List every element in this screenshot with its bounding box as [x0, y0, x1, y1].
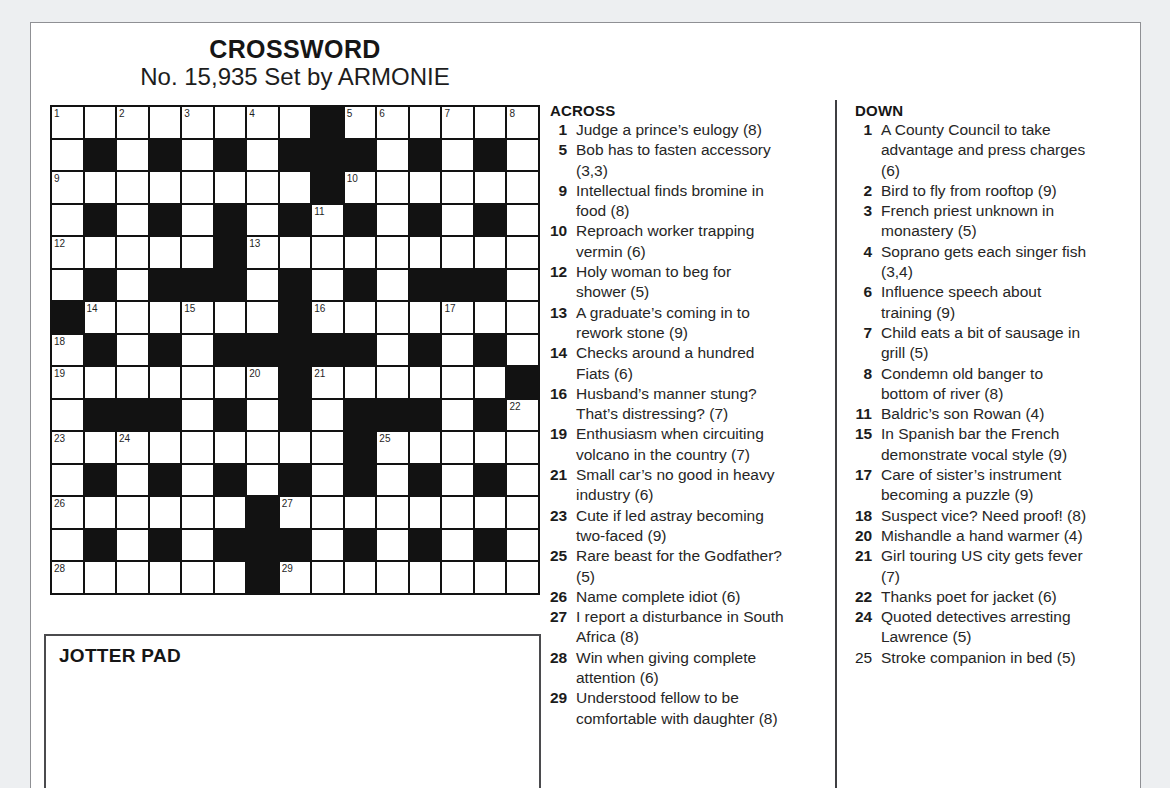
puzzle-number-setter: No. 15,935 Set by ARMONIE: [50, 63, 540, 90]
grid-cell[interactable]: [507, 497, 538, 528]
grid-cell[interactable]: 5: [345, 107, 376, 138]
grid-cell[interactable]: [312, 497, 343, 528]
clue-text: Cute if led astray becoming two-faced (9…: [576, 506, 764, 547]
grid-cell[interactable]: [475, 302, 506, 333]
across-clue-13: 13A graduate’s coming in to rework stone…: [550, 303, 835, 344]
grid-cell[interactable]: [117, 237, 148, 268]
grid-cell[interactable]: 22: [507, 400, 538, 431]
grid-cell[interactable]: [117, 205, 148, 236]
grid-cell[interactable]: 3: [182, 107, 213, 138]
grid-cell[interactable]: [312, 237, 343, 268]
grid-cell[interactable]: [507, 302, 538, 333]
grid-cell[interactable]: 19: [52, 367, 83, 398]
grid-cell[interactable]: [442, 140, 473, 171]
grid-cell[interactable]: [345, 367, 376, 398]
grid-cell[interactable]: [215, 172, 246, 203]
clue-number: 12: [550, 262, 567, 303]
blocked-cell: [345, 400, 376, 431]
cell-clue-number: 20: [249, 368, 260, 379]
down-clue-22: 22Thanks poet for jacket (6): [855, 587, 1141, 607]
blocked-cell: [247, 497, 278, 528]
clue-number: 1: [855, 120, 872, 181]
down-clue-15: 15In Spanish bar the French demonstrate …: [855, 424, 1141, 465]
grid-cell[interactable]: [377, 172, 408, 203]
clue-number: 22: [855, 587, 872, 607]
newspaper-page: CROSSWORD No. 15,935 Set by ARMONIE 1234…: [30, 22, 1141, 788]
grid-cell[interactable]: [475, 237, 506, 268]
blocked-cell: [150, 205, 181, 236]
clue-text: Soprano gets each singer fish (3,4): [881, 242, 1086, 283]
across-clue-25: 25Rare beast for the Godfather? (5): [550, 546, 835, 587]
grid-cell[interactable]: [442, 562, 473, 593]
grid-cell[interactable]: [215, 432, 246, 463]
blocked-cell: [280, 465, 311, 496]
grid-cell[interactable]: [85, 562, 116, 593]
clue-text: Husband’s manner stung? That’s distressi…: [576, 384, 757, 425]
grid-cell[interactable]: 9: [52, 172, 83, 203]
grid-cell[interactable]: [475, 107, 506, 138]
grid-cell[interactable]: [150, 302, 181, 333]
cell-clue-number: 3: [184, 108, 190, 119]
grid-cell[interactable]: [150, 432, 181, 463]
down-clue-6: 6Influence speech about training (9): [855, 282, 1141, 323]
across-clue-5: 5Bob has to fasten accessory (3,3): [550, 140, 835, 181]
grid-cell[interactable]: 12: [52, 237, 83, 268]
grid-cell[interactable]: [507, 335, 538, 366]
clue-text: Small car’s no good in heavy industry (6…: [576, 465, 774, 506]
grid-cell[interactable]: [85, 237, 116, 268]
clue-text: Quoted detectives arresting Lawrence (5): [881, 607, 1071, 648]
grid-cell[interactable]: [52, 400, 83, 431]
grid-cell[interactable]: [312, 530, 343, 561]
blocked-cell: [507, 367, 538, 398]
grid-cell[interactable]: [377, 237, 408, 268]
grid-cell[interactable]: 24: [117, 432, 148, 463]
clue-text: Stroke companion in bed (5): [881, 648, 1076, 668]
grid-cell[interactable]: 13: [247, 237, 278, 268]
blocked-cell: [475, 465, 506, 496]
grid-cell[interactable]: [442, 237, 473, 268]
grid-cell[interactable]: 21: [312, 367, 343, 398]
grid-cell[interactable]: [442, 205, 473, 236]
grid-cell[interactable]: [85, 172, 116, 203]
grid-cell[interactable]: [52, 530, 83, 561]
grid-cell[interactable]: 23: [52, 432, 83, 463]
clue-number: 21: [855, 546, 872, 587]
grid-cell[interactable]: [247, 140, 278, 171]
blocked-cell: [150, 335, 181, 366]
clue-number: 24: [855, 607, 872, 648]
blocked-cell: [280, 400, 311, 431]
cell-clue-number: 5: [347, 108, 353, 119]
grid-cell[interactable]: [442, 400, 473, 431]
grid-cell[interactable]: [85, 497, 116, 528]
grid-cell[interactable]: 16: [312, 302, 343, 333]
grid-cell[interactable]: [117, 335, 148, 366]
cell-clue-number: 24: [119, 433, 130, 444]
clue-number: 25: [550, 546, 567, 587]
blocked-cell: [85, 335, 116, 366]
clue-number: 7: [855, 323, 872, 364]
clue-columns-divider: [835, 100, 837, 788]
across-clue-list: 1Judge a prince’s eulogy (8)5Bob has to …: [550, 120, 835, 729]
across-header: ACROSS: [550, 101, 835, 120]
across-clue-12: 12Holy woman to beg for shower (5): [550, 262, 835, 303]
grid-cell[interactable]: 14: [85, 302, 116, 333]
grid-cell[interactable]: [215, 562, 246, 593]
grid-cell[interactable]: 29: [280, 562, 311, 593]
cell-clue-number: 28: [54, 563, 65, 574]
grid-cell[interactable]: 28: [52, 562, 83, 593]
grid-cell[interactable]: [182, 367, 213, 398]
grid-cell[interactable]: [182, 400, 213, 431]
grid-cell[interactable]: [507, 562, 538, 593]
blocked-cell: [215, 237, 246, 268]
grid-cell[interactable]: [85, 367, 116, 398]
grid-cell[interactable]: [475, 562, 506, 593]
blocked-cell: [345, 270, 376, 301]
down-clue-20: 20Mishandle a hand warmer (4): [855, 526, 1141, 546]
grid-cell[interactable]: [345, 497, 376, 528]
grid-cell[interactable]: [247, 270, 278, 301]
blocked-cell: [280, 335, 311, 366]
down-clue-17: 17Care of sister’s instrument becoming a…: [855, 465, 1141, 506]
grid-cell[interactable]: [182, 562, 213, 593]
cell-clue-number: 8: [509, 108, 515, 119]
grid-cell[interactable]: [410, 237, 441, 268]
grid-cell[interactable]: [182, 530, 213, 561]
blocked-cell: [215, 530, 246, 561]
grid-cell[interactable]: [475, 497, 506, 528]
grid-cell[interactable]: [377, 367, 408, 398]
grid-cell[interactable]: [52, 270, 83, 301]
blocked-cell: [312, 335, 343, 366]
cell-clue-number: 10: [347, 173, 358, 184]
grid-cell[interactable]: [475, 432, 506, 463]
down-clue-11: 11Baldric’s son Rowan (4): [855, 404, 1141, 424]
clue-number: 21: [550, 465, 567, 506]
grid-cell[interactable]: [507, 237, 538, 268]
blocked-cell: [377, 400, 408, 431]
grid-cell[interactable]: [117, 465, 148, 496]
grid-cell[interactable]: [410, 367, 441, 398]
clue-text: Reproach worker trapping vermin (6): [576, 221, 754, 262]
clue-text: I report a disturbance in South Africa (…: [576, 607, 784, 648]
grid-cell[interactable]: [150, 367, 181, 398]
across-clue-26: 26Name complete idiot (6): [550, 587, 835, 607]
grid-cell[interactable]: [182, 140, 213, 171]
grid-cell[interactable]: [52, 140, 83, 171]
grid-cell[interactable]: [312, 400, 343, 431]
grid-cell[interactable]: [280, 432, 311, 463]
grid-cell[interactable]: [475, 172, 506, 203]
blocked-cell: [150, 530, 181, 561]
down-clue-1: 1A County Council to take advantage and …: [855, 120, 1141, 181]
grid-cell[interactable]: [247, 465, 278, 496]
cell-clue-number: 21: [314, 368, 325, 379]
grid-cell[interactable]: [377, 205, 408, 236]
blocked-cell: [345, 140, 376, 171]
grid-cell[interactable]: [182, 465, 213, 496]
grid-cell[interactable]: 2: [117, 107, 148, 138]
grid-cell[interactable]: [312, 562, 343, 593]
across-clue-10: 10Reproach worker trapping vermin (6): [550, 221, 835, 262]
grid-cell[interactable]: [345, 562, 376, 593]
grid-cell[interactable]: [182, 205, 213, 236]
grid-cell[interactable]: 8: [507, 107, 538, 138]
grid-cell[interactable]: [280, 172, 311, 203]
grid-cell[interactable]: [150, 107, 181, 138]
grid-cell[interactable]: [442, 335, 473, 366]
grid-cell[interactable]: [117, 270, 148, 301]
blocked-cell: [345, 335, 376, 366]
grid-cell[interactable]: [377, 140, 408, 171]
grid-cell[interactable]: [117, 562, 148, 593]
grid-cell[interactable]: [52, 465, 83, 496]
blocked-cell: [410, 140, 441, 171]
cell-clue-number: 14: [87, 303, 98, 314]
grid-cell[interactable]: [117, 497, 148, 528]
clue-text: Checks around a hundred Fiats (6): [576, 343, 754, 384]
grid-cell[interactable]: [377, 465, 408, 496]
cell-clue-number: 1: [54, 108, 60, 119]
blocked-cell: [280, 530, 311, 561]
down-clue-21: 21Girl touring US city gets fever (7): [855, 546, 1141, 587]
grid-cell[interactable]: [150, 497, 181, 528]
blocked-cell: [475, 270, 506, 301]
grid-cell[interactable]: 1: [52, 107, 83, 138]
clue-text: Thanks poet for jacket (6): [881, 587, 1057, 607]
blocked-cell: [215, 335, 246, 366]
blocked-cell: [85, 140, 116, 171]
blocked-cell: [410, 465, 441, 496]
grid-cell[interactable]: [85, 107, 116, 138]
grid-cell[interactable]: [247, 205, 278, 236]
blocked-cell: [215, 140, 246, 171]
grid-cell[interactable]: [507, 432, 538, 463]
down-clue-3: 3French priest unknown in monastery (5): [855, 201, 1141, 242]
blocked-cell: [150, 140, 181, 171]
grid-cell[interactable]: [507, 140, 538, 171]
grid-cell[interactable]: [117, 140, 148, 171]
blocked-cell: [280, 367, 311, 398]
grid-cell[interactable]: [117, 302, 148, 333]
grid-cell[interactable]: [345, 237, 376, 268]
grid-cell[interactable]: [150, 562, 181, 593]
grid-cell[interactable]: [312, 270, 343, 301]
grid-cell[interactable]: [247, 400, 278, 431]
clue-number: 25: [855, 648, 872, 668]
grid-cell[interactable]: [507, 205, 538, 236]
grid-cell[interactable]: [85, 432, 116, 463]
clue-text: Girl touring US city gets fever (7): [881, 546, 1083, 587]
clue-text: Mishandle a hand warmer (4): [881, 526, 1083, 546]
grid-cell[interactable]: [442, 172, 473, 203]
clue-text: Child eats a bit of sausage in grill (5): [881, 323, 1080, 364]
clue-number: 9: [550, 181, 567, 222]
grid-cell[interactable]: [247, 432, 278, 463]
blocked-cell: [182, 270, 213, 301]
clue-text: A County Council to take advantage and p…: [881, 120, 1085, 181]
cell-clue-number: 16: [314, 303, 325, 314]
down-header: DOWN: [855, 101, 1141, 120]
grid-cell[interactable]: [117, 367, 148, 398]
cell-clue-number: 9: [54, 173, 60, 184]
across-clue-9: 9Intellectual finds bromine in food (8): [550, 181, 835, 222]
across-clue-21: 21Small car’s no good in heavy industry …: [550, 465, 835, 506]
grid-cell[interactable]: 18: [52, 335, 83, 366]
grid-cell[interactable]: [507, 172, 538, 203]
grid-cell[interactable]: [507, 465, 538, 496]
grid-cell[interactable]: [377, 270, 408, 301]
grid-cell[interactable]: [442, 465, 473, 496]
cell-clue-number: 27: [282, 498, 293, 509]
grid-cell[interactable]: [377, 562, 408, 593]
across-clue-14: 14Checks around a hundred Fiats (6): [550, 343, 835, 384]
clue-number: 5: [550, 140, 567, 181]
grid-cell[interactable]: [442, 530, 473, 561]
grid-cell[interactable]: [215, 497, 246, 528]
across-clue-27: 27I report a disturbance in South Africa…: [550, 607, 835, 648]
clue-number: 27: [550, 607, 567, 648]
cell-clue-number: 12: [54, 238, 65, 249]
grid-cell[interactable]: 26: [52, 497, 83, 528]
clue-number: 14: [550, 343, 567, 384]
grid-cell[interactable]: [312, 465, 343, 496]
clue-text: Holy woman to beg for shower (5): [576, 262, 731, 303]
grid-cell[interactable]: [215, 302, 246, 333]
grid-cell[interactable]: [312, 432, 343, 463]
grid-cell[interactable]: 10: [345, 172, 376, 203]
clue-text: Enthusiasm when circuiting volcano in th…: [576, 424, 764, 465]
blocked-cell: [312, 107, 343, 138]
puzzle-header: CROSSWORD No. 15,935 Set by ARMONIE: [50, 35, 540, 90]
blocked-cell: [85, 270, 116, 301]
grid-cell[interactable]: 4: [247, 107, 278, 138]
clue-number: 29: [550, 688, 567, 729]
grid-cell[interactable]: [410, 107, 441, 138]
grid-cell[interactable]: 17: [442, 302, 473, 333]
grid-cell[interactable]: [182, 172, 213, 203]
jotter-pad-label: JOTTER PAD: [46, 636, 539, 667]
grid-cell[interactable]: 15: [182, 302, 213, 333]
grid-cell[interactable]: [410, 302, 441, 333]
blocked-cell: [345, 205, 376, 236]
blocked-cell: [52, 302, 83, 333]
grid-cell[interactable]: [410, 432, 441, 463]
grid-cell[interactable]: [442, 432, 473, 463]
grid-cell[interactable]: [215, 367, 246, 398]
cell-clue-number: 4: [249, 108, 255, 119]
clue-number: 2: [855, 181, 872, 201]
clue-text: Condemn old banger to bottom of river (8…: [881, 364, 1043, 405]
grid-cell[interactable]: [247, 172, 278, 203]
grid-cell[interactable]: 27: [280, 497, 311, 528]
cell-clue-number: 18: [54, 336, 65, 347]
across-clue-16: 16Husband’s manner stung? That’s distres…: [550, 384, 835, 425]
blocked-cell: [280, 270, 311, 301]
blocked-cell: [150, 270, 181, 301]
down-clue-25: 25Stroke companion in bed (5): [855, 648, 1141, 668]
clue-number: 8: [855, 364, 872, 405]
grid-cell[interactable]: [117, 530, 148, 561]
blocked-cell: [215, 400, 246, 431]
clue-number: 15: [855, 424, 872, 465]
across-clue-19: 19Enthusiasm when circuiting volcano in …: [550, 424, 835, 465]
cell-clue-number: 6: [379, 108, 385, 119]
blocked-cell: [345, 465, 376, 496]
grid-cell[interactable]: [507, 530, 538, 561]
clue-text: Bird to fly from rooftop (9): [881, 181, 1057, 201]
grid-cell[interactable]: [475, 367, 506, 398]
grid-cell[interactable]: [410, 172, 441, 203]
grid-cell[interactable]: [442, 367, 473, 398]
blocked-cell: [215, 205, 246, 236]
grid-cell[interactable]: [150, 237, 181, 268]
grid-cell[interactable]: 20: [247, 367, 278, 398]
grid-cell[interactable]: 25: [377, 432, 408, 463]
clue-text: Baldric’s son Rowan (4): [881, 404, 1044, 424]
down-clue-list: 1A County Council to take advantage and …: [855, 120, 1141, 668]
grid-cell[interactable]: [182, 335, 213, 366]
grid-cell[interactable]: 11: [312, 205, 343, 236]
across-clues-section: ACROSS 1Judge a prince’s eulogy (8)5Bob …: [550, 101, 835, 729]
cell-clue-number: 19: [54, 368, 65, 379]
cell-clue-number: 29: [282, 563, 293, 574]
clue-text: French priest unknown in monastery (5): [881, 201, 1054, 242]
grid-cell[interactable]: [442, 497, 473, 528]
blocked-cell: [85, 530, 116, 561]
grid-cell[interactable]: [280, 237, 311, 268]
grid-cell[interactable]: [280, 107, 311, 138]
grid-cell[interactable]: [182, 497, 213, 528]
blocked-cell: [280, 302, 311, 333]
cell-clue-number: 26: [54, 498, 65, 509]
grid-cell[interactable]: [377, 302, 408, 333]
clue-number: 26: [550, 587, 567, 607]
clue-text: In Spanish bar the French demonstrate vo…: [881, 424, 1067, 465]
clue-number: 17: [855, 465, 872, 506]
cell-clue-number: 25: [379, 433, 390, 444]
grid-cell[interactable]: [52, 205, 83, 236]
grid-cell[interactable]: [410, 497, 441, 528]
grid-cell[interactable]: [150, 172, 181, 203]
grid-cell[interactable]: [345, 302, 376, 333]
grid-cell[interactable]: [377, 335, 408, 366]
clue-number: 1: [550, 120, 567, 140]
blocked-cell: [117, 400, 148, 431]
grid-cell[interactable]: [182, 237, 213, 268]
grid-cell[interactable]: [377, 530, 408, 561]
grid-cell[interactable]: [377, 497, 408, 528]
clue-number: 19: [550, 424, 567, 465]
grid-cell[interactable]: [247, 302, 278, 333]
clue-number: 28: [550, 648, 567, 689]
clue-text: A graduate’s coming in to rework stone (…: [576, 303, 750, 344]
down-clue-24: 24Quoted detectives arresting Lawrence (…: [855, 607, 1141, 648]
blocked-cell: [280, 140, 311, 171]
clue-text: Intellectual finds bromine in food (8): [576, 181, 764, 222]
grid-cell[interactable]: 7: [442, 107, 473, 138]
grid-cell[interactable]: [215, 107, 246, 138]
grid-cell[interactable]: 6: [377, 107, 408, 138]
grid-cell[interactable]: [507, 270, 538, 301]
clue-text: Suspect vice? Need proof! (8): [881, 506, 1086, 526]
grid-cell[interactable]: [410, 562, 441, 593]
blocked-cell: [150, 465, 181, 496]
grid-cell[interactable]: [182, 432, 213, 463]
grid-cell[interactable]: [117, 172, 148, 203]
